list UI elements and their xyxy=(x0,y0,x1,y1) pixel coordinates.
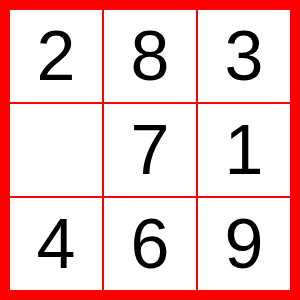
grid-cell-r2c2[interactable]: 7 xyxy=(104,104,196,196)
grid-cell-r2c1[interactable] xyxy=(10,104,102,196)
grid-cell-r1c3[interactable]: 3 xyxy=(198,10,290,102)
puzzle-board: 2 8 3 7 1 4 6 9 xyxy=(0,0,300,300)
grid-cell-r3c1[interactable]: 4 xyxy=(10,198,102,290)
grid-cell-r3c2[interactable]: 6 xyxy=(104,198,196,290)
grid-cell-r1c2[interactable]: 8 xyxy=(104,10,196,102)
grid-cell-r2c3[interactable]: 1 xyxy=(198,104,290,196)
grid-cell-r3c3[interactable]: 9 xyxy=(198,198,290,290)
grid-cell-r1c1[interactable]: 2 xyxy=(10,10,102,102)
